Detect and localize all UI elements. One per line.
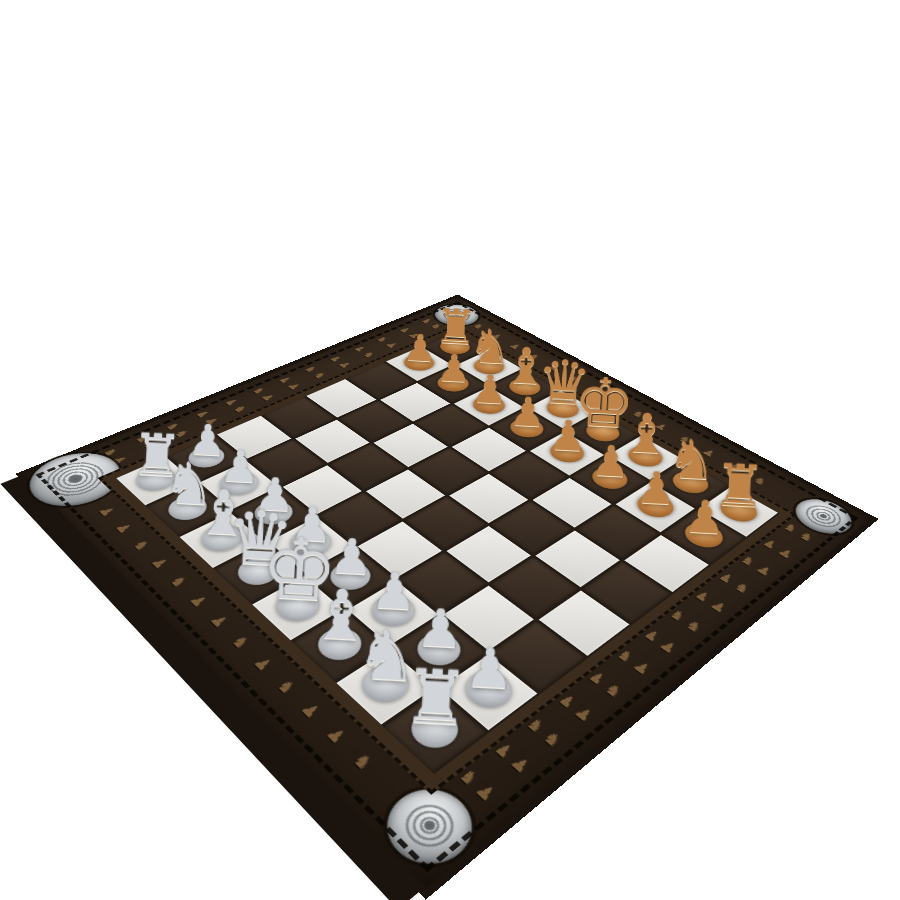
corner-medallion-icon (785, 492, 861, 541)
perspective-scene: ♞ ♟ ♟ ♞ ♟ ♞ ♟ ♟ ♞ ♟ ♞ ♟ ♟ ♞ ♟ ♞ ♟ ♟ ♞ ♟ … (0, 0, 900, 900)
chess-board-frame: ♞ ♟ ♟ ♞ ♟ ♞ ♟ ♟ ♞ ♟ ♞ ♟ ♟ ♞ ♟ ♞ ♟ ♟ ♞ ♟ … (16, 295, 879, 900)
board-grid: ♜♞♝♛♚♝♞♜♟♟♟♟♟♟♟♟♟♟♟♟♟♟♟♟♜♞♝♛♚♝♞♜ (116, 331, 779, 774)
photo-stage: ♞ ♟ ♟ ♞ ♟ ♞ ♟ ♟ ♞ ♟ ♞ ♟ ♟ ♞ ♟ ♞ ♟ ♟ ♞ ♟ … (0, 0, 900, 900)
meander-inner-frame: ♜♞♝♛♚♝♞♜♟♟♟♟♟♟♟♟♟♟♟♟♟♟♟♟♜♞♝♛♚♝♞♜ (98, 325, 797, 795)
piece-white-rook[interactable]: ♜ (401, 658, 472, 736)
board-tilt-wrapper: ♞ ♟ ♟ ♞ ♟ ♞ ♟ ♟ ♞ ♟ ♞ ♟ ♟ ♞ ♟ ♞ ♟ ♟ ♞ ♟ … (0, 0, 900, 900)
